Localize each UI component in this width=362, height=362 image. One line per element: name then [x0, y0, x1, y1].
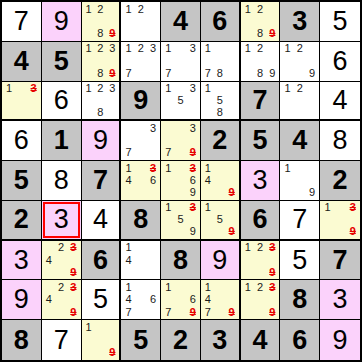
eliminated-candidate-9: 9 [106, 346, 118, 359]
cell-r5c9[interactable]: 2 [320, 161, 360, 201]
cell-r6c2[interactable]: 3 [42, 201, 82, 241]
candidate-2: 2 [55, 242, 67, 254]
candidate-3: 3 [106, 43, 118, 55]
cell-r6c8[interactable]: 7 [280, 201, 320, 241]
candidate-1: 1 [122, 281, 134, 293]
cell-r1c5[interactable]: 4 [161, 2, 201, 42]
pencil-marks: 12 [281, 83, 318, 119]
cell-r6c3[interactable]: 4 [82, 201, 122, 241]
pencil-marks: 13 [3, 83, 40, 119]
pencil-marks: 1679 [162, 281, 199, 318]
candidate-4: 4 [43, 254, 55, 266]
given-value: 6 [212, 8, 227, 35]
eliminated-candidate-3: 3 [266, 242, 278, 254]
given-value: 1 [54, 127, 69, 154]
candidate-5: 5 [214, 214, 226, 226]
candidate-1: 1 [281, 162, 293, 174]
candidate-2: 2 [254, 43, 266, 55]
cell-r2c8[interactable]: 129 [280, 42, 320, 82]
given-value: 4 [292, 127, 307, 154]
cell-r1c4[interactable]: 12 [121, 2, 161, 42]
cell-r5c6[interactable]: 149 [201, 161, 241, 201]
candidate-8: 8 [94, 28, 106, 40]
cell-r3c9[interactable]: 4 [320, 82, 360, 122]
eliminated-candidate-9: 9 [266, 266, 278, 278]
candidate-3: 3 [147, 43, 159, 55]
eliminated-candidate-3: 3 [147, 162, 159, 174]
eliminated-candidate-9: 9 [266, 306, 278, 318]
pencil-marks: 1359 [162, 202, 199, 238]
cell-r8c6[interactable]: 1479 [201, 280, 241, 320]
entered-value: 4 [93, 206, 108, 233]
candidate-2: 2 [135, 3, 147, 15]
candidate-6: 6 [147, 174, 159, 186]
candidate-1: 1 [83, 43, 95, 55]
cell-r2c5[interactable]: 137 [161, 42, 201, 82]
entered-value: 7 [14, 8, 29, 35]
candidate-6: 6 [147, 294, 159, 306]
candidate-1: 1 [281, 43, 293, 55]
candidate-3: 3 [187, 122, 199, 134]
eliminated-candidate-9: 9 [226, 306, 238, 318]
entered-value: 4 [333, 87, 348, 114]
cell-r7c1[interactable]: 3 [2, 241, 42, 281]
candidate-4: 4 [202, 294, 214, 306]
entered-value: 3 [253, 167, 268, 194]
candidate-2: 2 [94, 43, 106, 55]
eliminated-candidate-3: 3 [187, 162, 199, 174]
cell-r2c4[interactable]: 1237 [121, 42, 161, 82]
candidate-4: 4 [122, 294, 134, 306]
candidate-1: 1 [321, 202, 334, 214]
candidate-1: 1 [242, 242, 254, 254]
candidate-8: 8 [254, 28, 266, 40]
cell-r7c4[interactable]: 14 [121, 241, 161, 281]
cell-r1c3[interactable]: 1289 [82, 2, 122, 42]
candidate-1: 1 [281, 83, 293, 95]
entered-value: 8 [333, 127, 348, 154]
given-value: 9 [133, 87, 148, 114]
pencil-marks: 1369 [162, 162, 199, 199]
entered-value: 5 [292, 247, 307, 274]
cell-r6c1[interactable]: 2 [2, 201, 42, 241]
cell-r5c1[interactable]: 5 [2, 161, 42, 201]
candidate-2: 2 [94, 83, 106, 95]
candidate-9: 9 [306, 187, 318, 199]
given-value: 6 [93, 247, 108, 274]
candidate-3: 3 [106, 83, 118, 95]
entered-value: 5 [93, 286, 108, 313]
cell-r5c4[interactable]: 1346 [121, 161, 161, 201]
entered-value: 9 [14, 286, 29, 313]
pencil-marks: 1289 [242, 3, 279, 40]
cell-r6c9[interactable]: 139 [320, 201, 360, 241]
given-value: 7 [333, 247, 348, 274]
cell-r9c4[interactable]: 5 [121, 320, 161, 360]
given-value: 3 [292, 8, 307, 35]
candidate-7: 7 [202, 67, 214, 79]
given-value: 6 [253, 206, 268, 233]
pencil-marks: 1479 [202, 281, 238, 318]
entered-value: 7 [54, 327, 69, 354]
given-value: 2 [333, 167, 348, 194]
cell-r2c7[interactable]: 1289 [241, 42, 281, 82]
pencil-marks: 37 [122, 122, 159, 159]
eliminated-candidate-9: 9 [226, 187, 238, 199]
candidate-7: 7 [162, 147, 174, 159]
eliminated-candidate-9: 9 [67, 266, 79, 278]
sudoku-board: 7912891246128935451238912371371781289129… [0, 0, 362, 362]
candidate-9: 9 [187, 226, 199, 238]
entered-value: 3 [333, 286, 348, 313]
cell-r1c9[interactable]: 5 [320, 2, 360, 42]
pencil-marks: 379 [162, 122, 199, 159]
candidate-7: 7 [122, 306, 134, 318]
given-value: 8 [133, 206, 148, 233]
candidate-1: 1 [242, 281, 254, 293]
pencil-marks: 139 [321, 202, 359, 238]
cell-r9c1[interactable]: 8 [2, 320, 42, 360]
cell-r2c2[interactable]: 5 [42, 42, 82, 82]
cell-r5c8[interactable]: 19 [280, 161, 320, 201]
candidate-4: 4 [202, 174, 214, 186]
pencil-marks: 159 [202, 202, 238, 238]
given-value: 5 [14, 167, 29, 194]
cell-r6c6[interactable]: 159 [201, 201, 241, 241]
pencil-marks: 14 [122, 242, 159, 279]
given-value: 2 [173, 327, 188, 354]
candidate-1: 1 [83, 83, 95, 95]
cell-r4c5[interactable]: 379 [161, 121, 201, 161]
candidate-1: 1 [162, 83, 174, 95]
pencil-marks: 19 [83, 321, 119, 359]
cell-r4c1[interactable]: 6 [2, 121, 42, 161]
candidate-1: 1 [122, 43, 134, 55]
cell-r9c9[interactable]: 9 [320, 320, 360, 360]
candidate-1: 1 [202, 281, 214, 293]
pencil-marks: 1289 [83, 3, 119, 40]
entered-value: 9 [212, 247, 227, 274]
cell-r9c3[interactable]: 19 [82, 320, 122, 360]
pencil-marks: 2349 [43, 281, 80, 318]
candidate-1: 1 [83, 3, 95, 15]
given-value: 8 [173, 247, 188, 274]
given-value: 8 [292, 286, 307, 313]
eliminated-candidate-9: 9 [106, 67, 118, 79]
cell-r4c9[interactable]: 8 [320, 121, 360, 161]
pencil-marks: 129 [281, 43, 318, 80]
cell-r9c7[interactable]: 4 [241, 320, 281, 360]
cell-r7c6[interactable]: 9 [201, 241, 241, 281]
given-value: 7 [253, 87, 268, 114]
cell-r3c7[interactable]: 7 [241, 82, 281, 122]
entered-value: 3 [54, 206, 69, 233]
entered-value: 8 [54, 167, 69, 194]
candidate-2: 2 [254, 3, 266, 15]
entered-value: 9 [54, 8, 69, 35]
pencil-marks: 158 [202, 83, 238, 119]
candidate-2: 2 [254, 281, 266, 293]
candidate-4: 4 [122, 254, 134, 266]
candidate-8: 8 [214, 67, 226, 79]
given-value: 5 [253, 127, 268, 154]
candidate-8: 8 [214, 106, 226, 118]
given-value: 4 [253, 327, 268, 354]
cell-r7c7[interactable]: 1239 [241, 241, 281, 281]
candidate-1: 1 [202, 83, 214, 95]
eliminated-candidate-3: 3 [67, 242, 79, 254]
candidate-7: 7 [122, 147, 134, 159]
cell-r4c6[interactable]: 2 [201, 121, 241, 161]
candidate-3: 3 [187, 83, 199, 95]
cell-r4c2[interactable]: 1 [42, 121, 82, 161]
cell-r7c8[interactable]: 5 [280, 241, 320, 281]
eliminated-candidate-9: 9 [346, 226, 359, 238]
candidate-9: 9 [266, 67, 278, 79]
candidate-9: 9 [187, 187, 199, 199]
candidate-1: 1 [162, 43, 174, 55]
cell-r8c2[interactable]: 2349 [42, 280, 82, 320]
candidate-1: 1 [202, 162, 214, 174]
entered-value: 6 [54, 87, 69, 114]
pencil-marks: 1237 [122, 43, 159, 80]
pencil-marks: 1289 [242, 43, 279, 80]
eliminated-candidate-9: 9 [106, 28, 118, 40]
cell-r3c3[interactable]: 1238 [82, 82, 122, 122]
pencil-marks: 19 [281, 162, 318, 199]
candidate-1: 1 [122, 242, 134, 254]
cell-r1c2[interactable]: 9 [42, 2, 82, 42]
candidate-4: 4 [122, 174, 134, 186]
candidate-8: 8 [254, 67, 266, 79]
candidate-5: 5 [174, 214, 186, 226]
cell-r3c8[interactable]: 12 [280, 82, 320, 122]
given-value: 6 [292, 327, 307, 354]
entered-value: 9 [93, 127, 108, 154]
candidate-7: 7 [122, 67, 134, 79]
given-value: 3 [212, 327, 227, 354]
given-value: 2 [212, 127, 227, 154]
cell-r1c1[interactable]: 7 [2, 2, 42, 42]
pencil-marks: 12389 [83, 43, 119, 80]
pencil-marks: 137 [162, 43, 199, 80]
entered-value: 3 [14, 247, 29, 274]
cell-r1c8[interactable]: 3 [280, 2, 320, 42]
cell-r8c7[interactable]: 1239 [241, 280, 281, 320]
pencil-marks: 178 [202, 43, 238, 80]
cell-r8c4[interactable]: 1467 [121, 280, 161, 320]
eliminated-candidate-9: 9 [226, 226, 238, 238]
cell-r2c9[interactable]: 6 [320, 42, 360, 82]
candidate-2: 2 [254, 242, 266, 254]
candidate-1: 1 [83, 321, 95, 334]
cell-r6c4[interactable]: 8 [121, 201, 161, 241]
cell-r4c7[interactable]: 5 [241, 121, 281, 161]
candidate-7: 7 [162, 306, 174, 318]
cell-r6c7[interactable]: 6 [241, 201, 281, 241]
candidate-5: 5 [174, 94, 186, 106]
pencil-marks: 149 [202, 162, 238, 199]
given-value: 7 [93, 167, 108, 194]
entered-value: 6 [333, 48, 348, 75]
candidate-1: 1 [202, 202, 214, 214]
pencil-marks: 1238 [83, 83, 119, 119]
candidate-9: 9 [306, 67, 318, 79]
pencil-marks: 12 [122, 3, 159, 40]
cell-r5c2[interactable]: 8 [42, 161, 82, 201]
candidate-1: 1 [162, 162, 174, 174]
eliminated-candidate-9: 9 [266, 28, 278, 40]
cell-r7c3[interactable]: 6 [82, 241, 122, 281]
candidate-1: 1 [3, 83, 15, 95]
candidate-2: 2 [294, 83, 306, 95]
given-value: 2 [14, 206, 29, 233]
given-value: 5 [54, 48, 69, 75]
cell-r7c2[interactable]: 2349 [42, 241, 82, 281]
entered-value: 9 [333, 327, 348, 354]
pencil-marks: 1467 [122, 281, 159, 318]
candidate-8: 8 [94, 67, 106, 79]
pencil-marks: 1239 [242, 242, 279, 279]
cell-r9c8[interactable]: 6 [280, 320, 320, 360]
candidate-2: 2 [94, 3, 106, 15]
candidate-1: 1 [122, 162, 134, 174]
cell-r7c5[interactable]: 8 [161, 241, 201, 281]
candidate-2: 2 [135, 43, 147, 55]
pencil-marks: 1239 [242, 281, 279, 318]
eliminated-candidate-3: 3 [187, 202, 199, 214]
eliminated-candidate-9: 9 [67, 306, 79, 318]
cell-r3c6[interactable]: 158 [201, 82, 241, 122]
pencil-marks: 1346 [122, 162, 159, 199]
cell-r4c3[interactable]: 9 [82, 121, 122, 161]
given-value: 4 [14, 48, 29, 75]
cell-r4c8[interactable]: 4 [280, 121, 320, 161]
cell-r3c1[interactable]: 13 [2, 82, 42, 122]
cell-r5c5[interactable]: 1369 [161, 161, 201, 201]
cell-r8c3[interactable]: 5 [82, 280, 122, 320]
candidate-2: 2 [294, 43, 306, 55]
cell-r1c7[interactable]: 1289 [241, 2, 281, 42]
candidate-1: 1 [242, 43, 254, 55]
candidate-1: 1 [162, 281, 174, 293]
candidate-7: 7 [202, 306, 214, 318]
cell-r7c9[interactable]: 7 [320, 241, 360, 281]
cell-r3c4[interactable]: 9 [121, 82, 161, 122]
given-value: 4 [173, 8, 188, 35]
candidate-1: 1 [162, 202, 174, 214]
candidate-3: 3 [147, 122, 159, 134]
eliminated-candidate-3: 3 [266, 281, 278, 293]
cell-r3c2[interactable]: 6 [42, 82, 82, 122]
cell-r4c4[interactable]: 37 [121, 121, 161, 161]
cell-r1c6[interactable]: 6 [201, 2, 241, 42]
cell-r9c2[interactable]: 7 [42, 320, 82, 360]
cell-r2c1[interactable]: 4 [2, 42, 42, 82]
eliminated-candidate-3: 3 [28, 83, 40, 95]
candidate-4: 4 [43, 294, 55, 306]
eliminated-candidate-3: 3 [67, 281, 79, 293]
candidate-5: 5 [214, 94, 226, 106]
eliminated-candidate-9: 9 [187, 306, 199, 318]
entered-value: 6 [14, 127, 29, 154]
entered-value: 7 [292, 206, 307, 233]
cell-r9c6[interactable]: 3 [201, 320, 241, 360]
given-value: 8 [14, 327, 29, 354]
candidate-1: 1 [202, 43, 214, 55]
pencil-marks: 135 [162, 83, 199, 119]
cell-r5c3[interactable]: 7 [82, 161, 122, 201]
candidate-6: 6 [187, 294, 199, 306]
candidate-7: 7 [162, 67, 174, 79]
cell-r8c8[interactable]: 8 [280, 280, 320, 320]
cell-r5c7[interactable]: 3 [241, 161, 281, 201]
given-value: 5 [133, 327, 148, 354]
eliminated-candidate-3: 3 [346, 202, 359, 214]
cell-r9c5[interactable]: 2 [161, 320, 201, 360]
cell-r8c5[interactable]: 1679 [161, 280, 201, 320]
candidate-1: 1 [242, 3, 254, 15]
candidate-8: 8 [94, 106, 106, 118]
candidate-2: 2 [55, 281, 67, 293]
cell-r2c6[interactable]: 178 [201, 42, 241, 82]
pencil-marks: 2349 [43, 242, 80, 279]
candidate-3: 3 [187, 43, 199, 55]
cell-r8c1[interactable]: 9 [2, 280, 42, 320]
eliminated-candidate-9: 9 [187, 147, 199, 159]
entered-value: 5 [333, 8, 348, 35]
candidate-1: 1 [122, 3, 134, 15]
cell-r2c3[interactable]: 12389 [82, 42, 122, 82]
cell-r8c9[interactable]: 3 [320, 280, 360, 320]
cell-r6c5[interactable]: 1359 [161, 201, 201, 241]
cell-r3c5[interactable]: 135 [161, 82, 201, 122]
candidate-6: 6 [187, 174, 199, 186]
